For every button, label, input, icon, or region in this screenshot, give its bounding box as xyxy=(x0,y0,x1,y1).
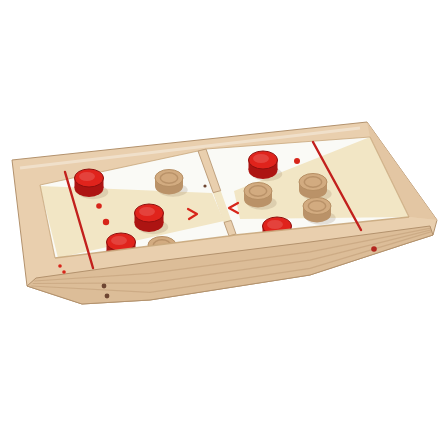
highlight xyxy=(79,172,95,181)
frame-hole-1 xyxy=(102,284,107,289)
product-photo xyxy=(0,0,440,440)
highlight xyxy=(267,220,283,229)
red-dot-3 xyxy=(294,158,300,164)
red-dot-1 xyxy=(96,203,102,209)
band-anchor-mark-1 xyxy=(58,264,62,268)
highlight xyxy=(111,236,127,245)
frame-hole-2 xyxy=(105,294,110,299)
red-dot-2 xyxy=(103,219,109,225)
frame-hole-3 xyxy=(371,246,377,252)
sling-puck-board xyxy=(0,0,440,440)
frame-hole-4 xyxy=(203,184,206,187)
band-anchor-mark-2 xyxy=(62,270,66,274)
highlight xyxy=(253,154,269,163)
highlight xyxy=(139,207,155,216)
